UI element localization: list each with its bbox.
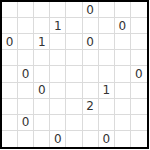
clue-cell-r6c3: 0 [34, 83, 50, 99]
empty-cell-r5c8[interactable] [115, 66, 131, 82]
clue-cell-r3c3: 1 [34, 34, 50, 50]
empty-cell-r4c1[interactable] [2, 50, 18, 66]
empty-cell-r7c9[interactable] [131, 99, 147, 115]
empty-cell-r5c4[interactable] [50, 66, 66, 82]
minesweeper-board: 01001000012000 [0, 0, 149, 149]
empty-cell-r1c1[interactable] [2, 2, 18, 18]
empty-cell-r2c9[interactable] [131, 18, 147, 34]
empty-cell-r6c5[interactable] [66, 83, 82, 99]
empty-cell-r6c2[interactable] [18, 83, 34, 99]
empty-cell-r4c6[interactable] [83, 50, 99, 66]
empty-cell-r3c7[interactable] [99, 34, 115, 50]
empty-cell-r4c5[interactable] [66, 50, 82, 66]
empty-cell-r1c5[interactable] [66, 2, 82, 18]
empty-cell-r4c3[interactable] [34, 50, 50, 66]
empty-cell-r2c1[interactable] [2, 18, 18, 34]
empty-cell-r8c3[interactable] [34, 115, 50, 131]
empty-cell-r5c1[interactable] [2, 66, 18, 82]
empty-cell-r1c7[interactable] [99, 2, 115, 18]
clue-cell-r2c8: 0 [115, 18, 131, 34]
empty-cell-r9c6[interactable] [83, 131, 99, 147]
clue-cell-r9c7: 0 [99, 131, 115, 147]
empty-cell-r7c1[interactable] [2, 99, 18, 115]
empty-cell-r7c4[interactable] [50, 99, 66, 115]
empty-cell-r4c7[interactable] [99, 50, 115, 66]
empty-cell-r2c6[interactable] [83, 18, 99, 34]
empty-cell-r9c1[interactable] [2, 131, 18, 147]
clue-cell-r9c4: 0 [50, 131, 66, 147]
empty-cell-r4c8[interactable] [115, 50, 131, 66]
empty-cell-r8c7[interactable] [99, 115, 115, 131]
empty-cell-r5c5[interactable] [66, 66, 82, 82]
empty-cell-r2c5[interactable] [66, 18, 82, 34]
empty-cell-r9c3[interactable] [34, 131, 50, 147]
empty-cell-r1c2[interactable] [18, 2, 34, 18]
empty-cell-r7c3[interactable] [34, 99, 50, 115]
empty-cell-r3c9[interactable] [131, 34, 147, 50]
empty-cell-r8c4[interactable] [50, 115, 66, 131]
clue-cell-r3c6: 0 [83, 34, 99, 50]
empty-cell-r6c6[interactable] [83, 83, 99, 99]
empty-cell-r3c5[interactable] [66, 34, 82, 50]
empty-cell-r3c4[interactable] [50, 34, 66, 50]
empty-cell-r3c2[interactable] [18, 34, 34, 50]
empty-cell-r1c9[interactable] [131, 2, 147, 18]
empty-cell-r8c8[interactable] [115, 115, 131, 131]
empty-cell-r6c1[interactable] [2, 83, 18, 99]
empty-cell-r1c3[interactable] [34, 2, 50, 18]
clue-cell-r1c6: 0 [83, 2, 99, 18]
empty-cell-r4c9[interactable] [131, 50, 147, 66]
empty-cell-r7c2[interactable] [18, 99, 34, 115]
empty-cell-r9c5[interactable] [66, 131, 82, 147]
clue-cell-r8c2: 0 [18, 115, 34, 131]
empty-cell-r7c7[interactable] [99, 99, 115, 115]
empty-cell-r6c9[interactable] [131, 83, 147, 99]
clue-cell-r7c6: 2 [83, 99, 99, 115]
empty-cell-r1c4[interactable] [50, 2, 66, 18]
empty-cell-r1c8[interactable] [115, 2, 131, 18]
empty-cell-r7c8[interactable] [115, 99, 131, 115]
empty-cell-r5c3[interactable] [34, 66, 50, 82]
empty-cell-r5c7[interactable] [99, 66, 115, 82]
empty-cell-r9c8[interactable] [115, 131, 131, 147]
empty-cell-r3c8[interactable] [115, 34, 131, 50]
empty-cell-r8c6[interactable] [83, 115, 99, 131]
empty-cell-r9c9[interactable] [131, 131, 147, 147]
empty-cell-r4c4[interactable] [50, 50, 66, 66]
empty-cell-r7c5[interactable] [66, 99, 82, 115]
empty-cell-r5c6[interactable] [83, 66, 99, 82]
empty-cell-r4c2[interactable] [18, 50, 34, 66]
empty-cell-r6c8[interactable] [115, 83, 131, 99]
empty-cell-r8c9[interactable] [131, 115, 147, 131]
empty-cell-r2c3[interactable] [34, 18, 50, 34]
clue-cell-r6c7: 1 [99, 83, 115, 99]
empty-cell-r8c1[interactable] [2, 115, 18, 131]
empty-cell-r8c5[interactable] [66, 115, 82, 131]
clue-cell-r2c4: 1 [50, 18, 66, 34]
clue-cell-r5c2: 0 [18, 66, 34, 82]
clue-cell-r3c1: 0 [2, 34, 18, 50]
empty-cell-r2c2[interactable] [18, 18, 34, 34]
empty-cell-r6c4[interactable] [50, 83, 66, 99]
empty-cell-r9c2[interactable] [18, 131, 34, 147]
empty-cell-r2c7[interactable] [99, 18, 115, 34]
clue-cell-r5c9: 0 [131, 66, 147, 82]
